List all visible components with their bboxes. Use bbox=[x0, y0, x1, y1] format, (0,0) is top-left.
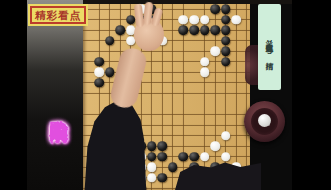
black-stone bbox=[221, 15, 231, 25]
right-letterbox-bar bbox=[292, 0, 331, 190]
left-letterbox-bar bbox=[0, 0, 27, 190]
black-stone bbox=[105, 36, 115, 46]
black-stone bbox=[94, 57, 104, 67]
white-stone bbox=[221, 131, 231, 141]
stone-bowl bbox=[244, 101, 285, 142]
white-stone bbox=[189, 15, 199, 25]
highlight-badge: 精彩看点 bbox=[30, 6, 86, 24]
black-stone bbox=[158, 141, 168, 151]
black-stone bbox=[147, 141, 157, 151]
white-stone bbox=[94, 68, 104, 78]
white-stone bbox=[179, 15, 189, 25]
black-stone bbox=[200, 25, 210, 35]
white-stone bbox=[200, 152, 210, 162]
players-label: 范廷钰（黑）VS柯洁 bbox=[258, 4, 281, 90]
black-stone bbox=[210, 25, 220, 35]
white-stone bbox=[147, 173, 157, 183]
white-stone bbox=[200, 57, 210, 67]
black-stone bbox=[210, 4, 220, 14]
black-stone bbox=[115, 25, 125, 35]
white-stone bbox=[231, 15, 241, 25]
black-stone bbox=[221, 57, 231, 67]
black-stone bbox=[158, 173, 168, 183]
black-stone bbox=[221, 46, 231, 56]
black-stone bbox=[189, 25, 199, 35]
second-stone-bowl-edge bbox=[245, 45, 259, 85]
black-stone bbox=[126, 15, 136, 25]
white-stone bbox=[210, 141, 220, 151]
white-stone bbox=[200, 68, 210, 78]
black-stone bbox=[221, 4, 231, 14]
black-stone bbox=[189, 152, 199, 162]
headline-vertical-caption: 中盘阶段的疑问手 bbox=[44, 26, 74, 188]
black-stone bbox=[221, 36, 231, 46]
black-stone bbox=[105, 68, 115, 78]
white-stone bbox=[210, 46, 220, 56]
black-stone bbox=[179, 152, 189, 162]
video-frame-stage: 范廷钰（黑）VS柯洁 精彩看点 中盘阶段的疑问手 bbox=[0, 0, 331, 190]
black-stone bbox=[168, 162, 178, 172]
black-stone bbox=[221, 25, 231, 35]
black-stone bbox=[94, 78, 104, 88]
white-stone bbox=[147, 162, 157, 172]
white-stone bbox=[200, 15, 210, 25]
black-stone bbox=[179, 25, 189, 35]
white-stone bbox=[221, 152, 231, 162]
white-stones-in-bowl bbox=[258, 114, 271, 127]
black-stone bbox=[147, 152, 157, 162]
black-stone bbox=[158, 152, 168, 162]
